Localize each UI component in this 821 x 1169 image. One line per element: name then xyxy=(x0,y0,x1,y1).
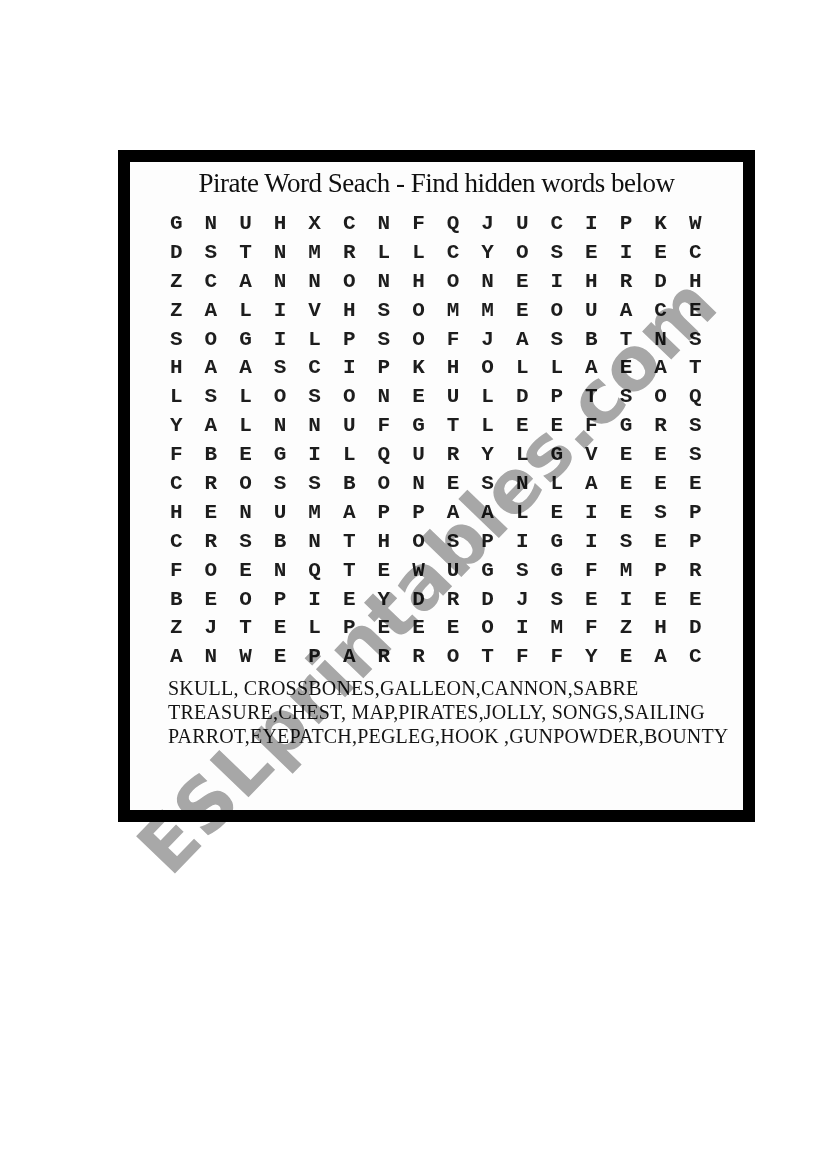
grid-cell: A xyxy=(228,353,263,382)
grid-cell: S xyxy=(194,238,229,267)
grid-cell: W xyxy=(401,556,436,585)
grid-cell: T xyxy=(436,411,471,440)
grid-cell: C xyxy=(436,238,471,267)
grid-cell: Z xyxy=(159,296,194,325)
grid-cell: F xyxy=(574,556,609,585)
grid-cell: S xyxy=(678,411,713,440)
grid-cell: H xyxy=(436,353,471,382)
grid-cell: E xyxy=(228,440,263,469)
grid-cell: Y xyxy=(470,238,505,267)
grid-cell: L xyxy=(297,325,332,354)
grid-cell: E xyxy=(574,238,609,267)
grid-cell: P xyxy=(643,556,678,585)
grid-cell: P xyxy=(367,353,402,382)
grid-cell: T xyxy=(332,556,367,585)
grid-cell: S xyxy=(505,556,540,585)
grid-cell: A xyxy=(574,469,609,498)
grid-cell: Z xyxy=(159,613,194,642)
grid-cell: J xyxy=(470,325,505,354)
grid-cell: U xyxy=(505,209,540,238)
grid-cell: E xyxy=(678,296,713,325)
grid-cell: E xyxy=(194,585,229,614)
grid-cell: A xyxy=(643,353,678,382)
grid-cell: D xyxy=(159,238,194,267)
grid-cell: N xyxy=(194,642,229,671)
grid-cell: E xyxy=(609,498,644,527)
grid-cell: N xyxy=(263,411,298,440)
grid-cell: Z xyxy=(609,613,644,642)
grid-cell: I xyxy=(505,613,540,642)
grid-cell: N xyxy=(263,238,298,267)
grid-cell: D xyxy=(678,613,713,642)
grid-cell: F xyxy=(159,556,194,585)
grid-cell: W xyxy=(228,642,263,671)
grid-cell: S xyxy=(194,382,229,411)
grid-cell: M xyxy=(297,498,332,527)
grid-cell: I xyxy=(574,498,609,527)
word-list: SKULL, CROSSBONES,GALLEON,CANNON,SABRETR… xyxy=(168,676,733,748)
grid-cell: R xyxy=(678,556,713,585)
grid-cell: H xyxy=(401,267,436,296)
grid-cell: C xyxy=(159,469,194,498)
grid-cell: V xyxy=(297,296,332,325)
grid-cell: F xyxy=(367,411,402,440)
grid-cell: Y xyxy=(470,440,505,469)
grid-cell: S xyxy=(367,325,402,354)
grid-cell: E xyxy=(540,498,575,527)
grid-cell: L xyxy=(505,440,540,469)
grid-cell: N xyxy=(263,267,298,296)
grid-cell: M xyxy=(436,296,471,325)
grid-cell: O xyxy=(505,238,540,267)
grid-cell: E xyxy=(609,353,644,382)
grid-cell: L xyxy=(367,238,402,267)
grid-cell: R xyxy=(643,411,678,440)
grid-cell: G xyxy=(540,556,575,585)
grid-cell: O xyxy=(436,267,471,296)
grid-cell: R xyxy=(194,527,229,556)
worksheet-page: Pirate Word Seach - Find hidden words be… xyxy=(0,0,821,1169)
grid-cell: E xyxy=(228,556,263,585)
grid-cell: S xyxy=(297,382,332,411)
grid-cell: S xyxy=(228,527,263,556)
grid-cell: L xyxy=(228,382,263,411)
grid-cell: T xyxy=(609,325,644,354)
grid-cell: E xyxy=(505,411,540,440)
grid-cell: A xyxy=(159,642,194,671)
grid-cell: S xyxy=(609,527,644,556)
grid-cell: E xyxy=(678,585,713,614)
grid-cell: F xyxy=(540,642,575,671)
grid-cell: U xyxy=(332,411,367,440)
grid-cell: D xyxy=(470,585,505,614)
grid-cell: U xyxy=(263,498,298,527)
grid-cell: E xyxy=(678,469,713,498)
grid-cell: E xyxy=(505,267,540,296)
grid-cell: I xyxy=(609,585,644,614)
grid-cell: E xyxy=(643,440,678,469)
word-list-line: SKULL, CROSSBONES,GALLEON,CANNON,SABRE xyxy=(168,676,733,700)
grid-cell: P xyxy=(609,209,644,238)
grid-cell: K xyxy=(643,209,678,238)
grid-cell: O xyxy=(436,642,471,671)
grid-cell: R xyxy=(609,267,644,296)
grid-cell: N xyxy=(505,469,540,498)
grid-cell: O xyxy=(401,527,436,556)
grid-cell: E xyxy=(643,527,678,556)
grid-cell: O xyxy=(332,382,367,411)
grid-cell: P xyxy=(367,498,402,527)
grid-cell: U xyxy=(436,556,471,585)
grid-cell: S xyxy=(470,469,505,498)
grid-cell: O xyxy=(228,469,263,498)
grid-cell: G xyxy=(540,527,575,556)
grid-cell: P xyxy=(263,585,298,614)
grid-cell: S xyxy=(367,296,402,325)
grid-cell: S xyxy=(609,382,644,411)
grid-cell: E xyxy=(643,585,678,614)
grid-cell: S xyxy=(263,353,298,382)
grid-cell: I xyxy=(297,585,332,614)
grid-cell: Y xyxy=(159,411,194,440)
grid-cell: R xyxy=(401,642,436,671)
grid-cell: E xyxy=(643,238,678,267)
grid-cell: R xyxy=(436,585,471,614)
grid-cell: S xyxy=(263,469,298,498)
grid-cell: G xyxy=(159,209,194,238)
grid-cell: L xyxy=(228,296,263,325)
grid-cell: P xyxy=(332,613,367,642)
grid-cell: R xyxy=(332,238,367,267)
grid-cell: P xyxy=(470,527,505,556)
grid-cell: N xyxy=(367,382,402,411)
grid-cell: B xyxy=(194,440,229,469)
grid-cell: O xyxy=(194,556,229,585)
word-list-line: PARROT,EYEPATCH,PEGLEG,HOOK ,GUNPOWDER,B… xyxy=(168,724,733,748)
grid-cell: C xyxy=(159,527,194,556)
grid-cell: S xyxy=(540,325,575,354)
grid-cell: L xyxy=(228,411,263,440)
grid-cell: A xyxy=(574,353,609,382)
grid-cell: D xyxy=(505,382,540,411)
grid-cell: A xyxy=(332,642,367,671)
grid-cell: A xyxy=(470,498,505,527)
grid-cell: A xyxy=(332,498,367,527)
grid-cell: J xyxy=(194,613,229,642)
grid-cell: P xyxy=(332,325,367,354)
grid-cell: U xyxy=(401,440,436,469)
grid-cell: C xyxy=(643,296,678,325)
grid-cell: B xyxy=(159,585,194,614)
grid-cell: T xyxy=(678,353,713,382)
grid-cell: H xyxy=(574,267,609,296)
grid-cell: G xyxy=(540,440,575,469)
grid-cell: E xyxy=(263,613,298,642)
grid-cell: F xyxy=(574,613,609,642)
grid-cell: S xyxy=(159,325,194,354)
grid-cell: T xyxy=(228,613,263,642)
grid-cell: R xyxy=(436,440,471,469)
grid-cell: E xyxy=(401,382,436,411)
grid-cell: U xyxy=(574,296,609,325)
grid-cell: S xyxy=(643,498,678,527)
grid-cell: X xyxy=(297,209,332,238)
grid-cell: B xyxy=(263,527,298,556)
grid-cell: M xyxy=(540,613,575,642)
grid-cell: O xyxy=(263,382,298,411)
grid-cell: L xyxy=(297,613,332,642)
grid-cell: O xyxy=(470,353,505,382)
grid-cell: C xyxy=(332,209,367,238)
grid-cell: H xyxy=(678,267,713,296)
grid-cell: F xyxy=(574,411,609,440)
grid-cell: P xyxy=(297,642,332,671)
grid-cell: R xyxy=(194,469,229,498)
grid-cell: C xyxy=(194,267,229,296)
grid-cell: S xyxy=(678,325,713,354)
grid-cell: U xyxy=(436,382,471,411)
puzzle-title: Pirate Word Seach - Find hidden words be… xyxy=(130,168,743,199)
grid-cell: O xyxy=(194,325,229,354)
grid-cell: G xyxy=(609,411,644,440)
grid-cell: Q xyxy=(436,209,471,238)
grid-cell: E xyxy=(367,613,402,642)
grid-cell: F xyxy=(401,209,436,238)
grid-cell: A xyxy=(194,296,229,325)
grid-cell: L xyxy=(505,498,540,527)
grid-cell: G xyxy=(228,325,263,354)
grid-cell: R xyxy=(367,642,402,671)
word-grid: GNUHXCNFQJUCIPKWDSTNMRLLCYOSEIECZCANNONH… xyxy=(159,209,713,671)
grid-cell: S xyxy=(540,238,575,267)
grid-cell: C xyxy=(297,353,332,382)
grid-cell: S xyxy=(436,527,471,556)
grid-cell: K xyxy=(401,353,436,382)
grid-cell: A xyxy=(505,325,540,354)
grid-cell: T xyxy=(574,382,609,411)
grid-cell: E xyxy=(505,296,540,325)
grid-cell: E xyxy=(263,642,298,671)
grid-cell: N xyxy=(643,325,678,354)
grid-cell: L xyxy=(540,353,575,382)
grid-cell: I xyxy=(574,527,609,556)
grid-cell: E xyxy=(609,469,644,498)
grid-cell: H xyxy=(159,498,194,527)
grid-cell: P xyxy=(401,498,436,527)
grid-cell: N xyxy=(401,469,436,498)
grid-cell: O xyxy=(332,267,367,296)
grid-cell: G xyxy=(263,440,298,469)
grid-cell: I xyxy=(574,209,609,238)
grid-cell: E xyxy=(367,556,402,585)
grid-cell: I xyxy=(263,296,298,325)
grid-cell: A xyxy=(228,267,263,296)
grid-cell: N xyxy=(228,498,263,527)
grid-cell: Z xyxy=(159,267,194,296)
grid-cell: C xyxy=(678,238,713,267)
grid-cell: Y xyxy=(574,642,609,671)
grid-cell: O xyxy=(401,325,436,354)
grid-cell: L xyxy=(401,238,436,267)
grid-cell: Q xyxy=(678,382,713,411)
grid-cell: L xyxy=(470,382,505,411)
grid-cell: E xyxy=(194,498,229,527)
grid-cell: P xyxy=(678,498,713,527)
grid-cell: U xyxy=(228,209,263,238)
grid-cell: E xyxy=(332,585,367,614)
grid-cell: H xyxy=(263,209,298,238)
grid-cell: B xyxy=(332,469,367,498)
grid-cell: J xyxy=(505,585,540,614)
grid-cell: A xyxy=(609,296,644,325)
grid-cell: H xyxy=(159,353,194,382)
grid-cell: S xyxy=(678,440,713,469)
grid-cell: O xyxy=(470,613,505,642)
grid-cell: J xyxy=(470,209,505,238)
grid-cell: M xyxy=(609,556,644,585)
grid-cell: N xyxy=(263,556,298,585)
grid-cell: W xyxy=(678,209,713,238)
grid-cell: O xyxy=(228,585,263,614)
grid-cell: I xyxy=(609,238,644,267)
grid-cell: A xyxy=(194,353,229,382)
grid-cell: E xyxy=(401,613,436,642)
grid-cell: N xyxy=(194,209,229,238)
grid-cell: C xyxy=(540,209,575,238)
puzzle-border-box: Pirate Word Seach - Find hidden words be… xyxy=(118,150,755,822)
grid-cell: N xyxy=(367,209,402,238)
grid-cell: Q xyxy=(367,440,402,469)
grid-cell: C xyxy=(678,642,713,671)
grid-cell: F xyxy=(505,642,540,671)
grid-cell: Y xyxy=(367,585,402,614)
grid-cell: E xyxy=(436,469,471,498)
grid-cell: L xyxy=(470,411,505,440)
grid-cell: T xyxy=(228,238,263,267)
grid-cell: N xyxy=(367,267,402,296)
grid-cell: L xyxy=(332,440,367,469)
grid-cell: D xyxy=(643,267,678,296)
grid-cell: O xyxy=(540,296,575,325)
grid-cell: O xyxy=(401,296,436,325)
grid-cell: L xyxy=(505,353,540,382)
grid-cell: H xyxy=(367,527,402,556)
grid-cell: I xyxy=(263,325,298,354)
grid-cell: L xyxy=(159,382,194,411)
grid-cell: F xyxy=(159,440,194,469)
grid-cell: E xyxy=(574,585,609,614)
grid-cell: G xyxy=(401,411,436,440)
grid-cell: T xyxy=(332,527,367,556)
grid-cell: O xyxy=(643,382,678,411)
grid-cell: N xyxy=(297,411,332,440)
grid-cell: I xyxy=(297,440,332,469)
grid-cell: E xyxy=(609,642,644,671)
word-list-line: TREASURE,CHEST, MAP,PIRATES,JOLLY, SONGS… xyxy=(168,700,733,724)
grid-cell: G xyxy=(470,556,505,585)
grid-cell: S xyxy=(540,585,575,614)
grid-cell: H xyxy=(643,613,678,642)
grid-cell: P xyxy=(540,382,575,411)
grid-cell: N xyxy=(297,267,332,296)
grid-cell: T xyxy=(470,642,505,671)
grid-cell: L xyxy=(540,469,575,498)
grid-cell: N xyxy=(297,527,332,556)
grid-cell: N xyxy=(470,267,505,296)
grid-cell: A xyxy=(436,498,471,527)
grid-cell: B xyxy=(574,325,609,354)
grid-cell: I xyxy=(332,353,367,382)
grid-cell: S xyxy=(297,469,332,498)
grid-cell: M xyxy=(297,238,332,267)
grid-cell: I xyxy=(540,267,575,296)
grid-cell: Q xyxy=(297,556,332,585)
grid-cell: E xyxy=(643,469,678,498)
grid-cell: E xyxy=(609,440,644,469)
grid-cell: D xyxy=(401,585,436,614)
grid-cell: I xyxy=(505,527,540,556)
grid-cell: A xyxy=(643,642,678,671)
grid-cell: O xyxy=(367,469,402,498)
grid-cell: H xyxy=(332,296,367,325)
grid-cell: E xyxy=(540,411,575,440)
grid-cell: F xyxy=(436,325,471,354)
grid-cell: V xyxy=(574,440,609,469)
grid-cell: P xyxy=(678,527,713,556)
grid-cell: A xyxy=(194,411,229,440)
grid-cell: M xyxy=(470,296,505,325)
grid-cell: E xyxy=(436,613,471,642)
